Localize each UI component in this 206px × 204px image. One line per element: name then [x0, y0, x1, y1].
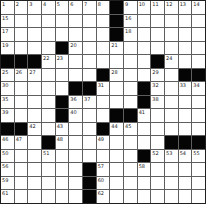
cell-r4c10[interactable]: [124, 42, 137, 55]
cell-r14c9[interactable]: [110, 177, 123, 190]
cell-r6c1[interactable]: 25: [1, 69, 14, 82]
cell-r13c5[interactable]: [56, 163, 69, 176]
cell-r13c2[interactable]: [15, 163, 28, 176]
cell-r7c2[interactable]: [15, 82, 28, 95]
cell-r5c10[interactable]: [124, 55, 137, 68]
cell-r13c1[interactable]: 56: [1, 163, 14, 176]
cell-r10c12[interactable]: [151, 123, 164, 136]
cell-r8c7[interactable]: 37: [83, 96, 96, 109]
cell-r14c4[interactable]: [42, 177, 55, 190]
cell-r10c13[interactable]: [165, 123, 178, 136]
cell-r9c14[interactable]: [179, 109, 192, 122]
cell-r15c6[interactable]: [69, 190, 82, 203]
clue-number: 39: [2, 109, 8, 115]
clue-number: 17: [2, 28, 8, 34]
cell-r4c6[interactable]: 20: [69, 42, 82, 55]
clue-number: 18: [125, 28, 131, 34]
black-cell-r11c14: [179, 136, 192, 149]
clue-number: 51: [43, 150, 49, 156]
cell-r9c12[interactable]: [151, 109, 164, 122]
cell-r4c4[interactable]: [42, 42, 55, 55]
cell-r5c15[interactable]: [192, 55, 205, 68]
clue-number: 22: [43, 55, 49, 61]
cell-r1c5[interactable]: 5: [56, 1, 69, 14]
cell-r6c4[interactable]: [42, 69, 55, 82]
cell-r9c1[interactable]: 39: [1, 109, 14, 122]
clue-number: 8: [98, 1, 101, 7]
clue-number: 27: [29, 69, 35, 75]
cell-r1c13[interactable]: 12: [165, 1, 178, 14]
cell-r12c13[interactable]: 53: [165, 150, 178, 163]
cell-r9c13[interactable]: [165, 109, 178, 122]
cell-r7c12[interactable]: 32: [151, 82, 164, 95]
cell-r14c11[interactable]: [138, 177, 151, 190]
clue-number: 33: [180, 82, 186, 88]
clue-number: 37: [84, 96, 90, 102]
cell-r10c4[interactable]: [42, 123, 55, 136]
cell-r8c15[interactable]: [192, 96, 205, 109]
clue-number: 36: [70, 96, 76, 102]
cell-r3c8[interactable]: [97, 28, 110, 41]
black-cell-r2c9: [110, 15, 123, 28]
cell-r10c6[interactable]: [69, 123, 82, 136]
cell-r14c8[interactable]: 60: [97, 177, 110, 190]
cell-r15c15[interactable]: [192, 190, 205, 203]
cell-r1c15[interactable]: 14: [192, 1, 205, 14]
cell-r13c4[interactable]: [42, 163, 55, 176]
clue-number: 9: [125, 1, 128, 7]
clue-number: 14: [193, 1, 199, 7]
cell-r13c15[interactable]: [192, 163, 205, 176]
black-cell-r5c2: [15, 55, 28, 68]
black-cell-r7c6: [69, 82, 82, 95]
cell-r14c13[interactable]: [165, 177, 178, 190]
cell-r4c12[interactable]: [151, 42, 164, 55]
black-cell-r4c5: [56, 42, 69, 55]
cell-r14c10[interactable]: [124, 177, 137, 190]
cell-r1c6[interactable]: 6: [69, 1, 82, 14]
clue-number: 40: [70, 109, 76, 115]
black-cell-r11c13: [165, 136, 178, 149]
cell-r9c3[interactable]: [28, 109, 41, 122]
cell-r4c7[interactable]: [83, 42, 96, 55]
clue-number: 2: [16, 1, 19, 7]
cell-r9c4[interactable]: [42, 109, 55, 122]
black-cell-r10c2: [15, 123, 28, 136]
black-cell-r11c4: [42, 136, 55, 149]
clue-number: 35: [2, 96, 8, 102]
cell-r11c9[interactable]: [110, 136, 123, 149]
cell-r4c3[interactable]: [28, 42, 41, 55]
cell-r8c6[interactable]: 36: [69, 96, 82, 109]
cell-r9c8[interactable]: [97, 109, 110, 122]
cell-r13c9[interactable]: [110, 163, 123, 176]
cell-r2c8[interactable]: [97, 15, 110, 28]
cell-r2c7[interactable]: [83, 15, 96, 28]
cell-r11c2[interactable]: 47: [15, 136, 28, 149]
clue-number: 44: [111, 123, 117, 129]
cell-r13c11[interactable]: 58: [138, 163, 151, 176]
cell-r10c3[interactable]: 42: [28, 123, 41, 136]
cell-r5c14[interactable]: [179, 55, 192, 68]
cell-r1c3[interactable]: 3: [28, 1, 41, 14]
cell-r14c6[interactable]: [69, 177, 82, 190]
black-cell-r5c1: [1, 55, 14, 68]
cell-r14c1[interactable]: 59: [1, 177, 14, 190]
clue-number: 30: [2, 82, 8, 88]
cell-r11c1[interactable]: 46: [1, 136, 14, 149]
cell-r1c10[interactable]: 9: [124, 1, 137, 14]
clue-number: 6: [70, 1, 73, 7]
cell-r10c10[interactable]: 45: [124, 123, 137, 136]
clue-number: 24: [166, 55, 172, 61]
cell-r6c10[interactable]: [124, 69, 137, 82]
cell-r8c10[interactable]: [124, 96, 137, 109]
clue-number: 58: [139, 163, 145, 169]
cell-r10c5[interactable]: 43: [56, 123, 69, 136]
cell-r12c1[interactable]: 50: [1, 150, 14, 163]
cell-r15c14[interactable]: [179, 190, 192, 203]
black-cell-r5c12: [151, 55, 164, 68]
cell-r3c15[interactable]: [192, 28, 205, 41]
cell-r10c7[interactable]: [83, 123, 96, 136]
cell-r3c3[interactable]: [28, 28, 41, 41]
clue-number: 57: [98, 163, 104, 169]
cell-r14c2[interactable]: [15, 177, 28, 190]
cell-r12c14[interactable]: 54: [179, 150, 192, 163]
cell-r3c5[interactable]: [56, 28, 69, 41]
cell-r7c10[interactable]: [124, 82, 137, 95]
cell-r6c3[interactable]: 27: [28, 69, 41, 82]
cell-r10c9[interactable]: 44: [110, 123, 123, 136]
cell-r5c8[interactable]: [97, 55, 110, 68]
clue-number: 42: [29, 123, 35, 129]
cell-r2c6[interactable]: [69, 15, 82, 28]
cell-r6c13[interactable]: [165, 69, 178, 82]
cell-r12c12[interactable]: 52: [151, 150, 164, 163]
cell-r15c9[interactable]: [110, 190, 123, 203]
cell-r12c10[interactable]: [124, 150, 137, 163]
clue-number: 5: [57, 1, 60, 7]
cell-r10c11[interactable]: [138, 123, 151, 136]
cell-r8c4[interactable]: [42, 96, 55, 109]
clue-number: 7: [84, 1, 87, 7]
cell-r6c5[interactable]: [56, 69, 69, 82]
cell-r2c2[interactable]: [15, 15, 28, 28]
cell-r2c12[interactable]: [151, 15, 164, 28]
cell-r2c13[interactable]: [165, 15, 178, 28]
clue-number: 54: [180, 150, 186, 156]
clue-number: 34: [193, 82, 199, 88]
cell-r2c1[interactable]: 15: [1, 15, 14, 28]
clue-number: 21: [111, 42, 117, 48]
black-cell-r8c5: [56, 96, 69, 109]
cell-r7c4[interactable]: [42, 82, 55, 95]
clue-number: 47: [16, 136, 22, 142]
cell-r13c12[interactable]: [151, 163, 164, 176]
cell-r9c11[interactable]: 41: [138, 109, 151, 122]
cell-r9c2[interactable]: [15, 109, 28, 122]
cell-r8c12[interactable]: 38: [151, 96, 164, 109]
cell-r3c4[interactable]: [42, 28, 55, 41]
cell-r11c8[interactable]: 49: [97, 136, 110, 149]
cell-r5c7[interactable]: [83, 55, 96, 68]
black-cell-r13c7: [83, 163, 96, 176]
clue-number: 48: [57, 136, 63, 142]
cell-r15c13[interactable]: [165, 190, 178, 203]
cell-r15c12[interactable]: [151, 190, 164, 203]
cell-r8c2[interactable]: [15, 96, 28, 109]
cell-r7c5[interactable]: [56, 82, 69, 95]
cell-r6c7[interactable]: [83, 69, 96, 82]
clue-number: 26: [16, 69, 22, 75]
cell-r12c5[interactable]: [56, 150, 69, 163]
cell-r3c14[interactable]: [179, 28, 192, 41]
cell-r12c2[interactable]: [15, 150, 28, 163]
black-cell-r11c15: [192, 136, 205, 149]
cell-r1c14[interactable]: 13: [179, 1, 192, 14]
cell-r8c8[interactable]: [97, 96, 110, 109]
cell-r13c6[interactable]: [69, 163, 82, 176]
clue-number: 16: [125, 15, 131, 21]
clue-number: 13: [180, 1, 186, 7]
black-cell-r6c8: [97, 69, 110, 82]
cell-r12c3[interactable]: [28, 150, 41, 163]
black-cell-r6c14: [179, 69, 192, 82]
black-cell-r10c1: [1, 123, 14, 136]
clue-number: 43: [57, 123, 63, 129]
cell-r6c2[interactable]: 26: [15, 69, 28, 82]
cell-r2c5[interactable]: [56, 15, 69, 28]
clue-number: 56: [2, 163, 8, 169]
black-cell-r3c9: [110, 28, 123, 41]
cell-r8c3[interactable]: [28, 96, 41, 109]
clue-number: 32: [152, 82, 158, 88]
cell-r7c1[interactable]: 30: [1, 82, 14, 95]
cell-r1c2[interactable]: 2: [15, 1, 28, 14]
cell-r9c7[interactable]: [83, 109, 96, 122]
cell-r8c9[interactable]: [110, 96, 123, 109]
cell-r14c14[interactable]: [179, 177, 192, 190]
cell-r4c14[interactable]: [179, 42, 192, 55]
clue-number: 23: [57, 55, 63, 61]
cell-r14c12[interactable]: [151, 177, 164, 190]
clue-number: 45: [125, 123, 131, 129]
black-cell-r8c11: [138, 96, 151, 109]
cell-r3c11[interactable]: [138, 28, 151, 41]
black-cell-r9c10: [124, 109, 137, 122]
cell-r12c9[interactable]: [110, 150, 123, 163]
cell-r3c13[interactable]: [165, 28, 178, 41]
cell-r14c3[interactable]: [28, 177, 41, 190]
cell-r12c6[interactable]: [69, 150, 82, 163]
cell-r7c8[interactable]: 31: [97, 82, 110, 95]
black-cell-r12c11: [138, 150, 151, 163]
cell-r14c5[interactable]: [56, 177, 69, 190]
cell-r12c8[interactable]: [97, 150, 110, 163]
cell-r15c10[interactable]: [124, 190, 137, 203]
black-cell-r15c7: [83, 190, 96, 203]
black-cell-r7c11: [138, 82, 151, 95]
cell-r1c12[interactable]: 11: [151, 1, 164, 14]
black-cell-r1c9: [110, 1, 123, 14]
clue-number: 38: [152, 96, 158, 102]
cell-r15c5[interactable]: [56, 190, 69, 203]
cell-r2c14[interactable]: [179, 15, 192, 28]
clue-number: 49: [98, 136, 104, 142]
black-cell-r9c5: [56, 109, 69, 122]
black-cell-r9c9: [110, 109, 123, 122]
cell-r2c11[interactable]: [138, 15, 151, 28]
cell-r9c6[interactable]: 40: [69, 109, 82, 122]
cell-r4c2[interactable]: [15, 42, 28, 55]
crossword-grid: 1234567891011121314151617181920212223242…: [0, 0, 206, 204]
clue-number: 59: [2, 177, 8, 183]
cell-r4c8[interactable]: [97, 42, 110, 55]
clue-number: 1: [2, 1, 5, 7]
cell-r4c1[interactable]: 19: [1, 42, 14, 55]
clue-number: 10: [139, 1, 145, 7]
cell-r9c15[interactable]: [192, 109, 205, 122]
cell-r5c11[interactable]: [138, 55, 151, 68]
cell-r7c15[interactable]: 34: [192, 82, 205, 95]
clue-number: 12: [166, 1, 172, 7]
cell-r11c5[interactable]: 48: [56, 136, 69, 149]
cell-r6c11[interactable]: [138, 69, 151, 82]
cell-r11c6[interactable]: [69, 136, 82, 149]
clue-number: 41: [139, 109, 145, 115]
cell-r2c15[interactable]: [192, 15, 205, 28]
clue-number: 25: [2, 69, 8, 75]
cell-r7c14[interactable]: 33: [179, 82, 192, 95]
cell-r7c13[interactable]: [165, 82, 178, 95]
cell-r4c11[interactable]: [138, 42, 151, 55]
cell-r3c7[interactable]: [83, 28, 96, 41]
clue-number: 19: [2, 42, 8, 48]
cell-r10c15[interactable]: [192, 123, 205, 136]
cell-r2c3[interactable]: [28, 15, 41, 28]
clue-number: 60: [98, 177, 104, 183]
clue-number: 62: [98, 190, 104, 196]
cell-r3c6[interactable]: [69, 28, 82, 41]
black-cell-r14c7: [83, 177, 96, 190]
cell-r3c12[interactable]: [151, 28, 164, 41]
cell-r7c3[interactable]: [28, 82, 41, 95]
clue-number: 20: [70, 42, 76, 48]
cell-r1c7[interactable]: 7: [83, 1, 96, 14]
cell-r8c13[interactable]: [165, 96, 178, 109]
cell-r6c12[interactable]: 29: [151, 69, 164, 82]
clue-number: 28: [111, 69, 117, 75]
cell-r15c8[interactable]: 62: [97, 190, 110, 203]
cell-r1c4[interactable]: 4: [42, 1, 55, 14]
cell-r1c1[interactable]: 1: [1, 1, 14, 14]
clue-number: 3: [29, 1, 32, 7]
cell-r4c9[interactable]: 21: [110, 42, 123, 55]
cell-r15c11[interactable]: [138, 190, 151, 203]
cell-r1c11[interactable]: 10: [138, 1, 151, 14]
cell-r6c6[interactable]: [69, 69, 82, 82]
cell-r15c1[interactable]: 61: [1, 190, 14, 203]
cell-r13c3[interactable]: [28, 163, 41, 176]
clue-number: 29: [152, 69, 158, 75]
cell-r5c4[interactable]: 22: [42, 55, 55, 68]
black-cell-r7c7: [83, 82, 96, 95]
cell-r1c8[interactable]: 8: [97, 1, 110, 14]
black-cell-r6c15: [192, 69, 205, 82]
cell-r5c6[interactable]: [69, 55, 82, 68]
clue-number: 53: [166, 150, 172, 156]
clue-number: 50: [2, 150, 8, 156]
cell-r10c14[interactable]: [179, 123, 192, 136]
cell-r11c12[interactable]: [151, 136, 164, 149]
cell-r3c1[interactable]: 17: [1, 28, 14, 41]
cell-r2c10[interactable]: 16: [124, 15, 137, 28]
cell-r13c8[interactable]: 57: [97, 163, 110, 176]
clue-number: 52: [152, 150, 158, 156]
clue-number: 15: [2, 15, 8, 21]
cell-r11c11[interactable]: [138, 136, 151, 149]
cell-r2c4[interactable]: [42, 15, 55, 28]
cell-r5c9[interactable]: [110, 55, 123, 68]
clue-number: 11: [152, 1, 158, 7]
cell-r13c10[interactable]: [124, 163, 137, 176]
cell-r12c15[interactable]: 55: [192, 150, 205, 163]
cell-r3c2[interactable]: [15, 28, 28, 41]
black-cell-r5c3: [28, 55, 41, 68]
cell-r5c13[interactable]: 24: [165, 55, 178, 68]
cell-r15c4[interactable]: [42, 190, 55, 203]
clue-number: 55: [193, 150, 199, 156]
cell-r11c3[interactable]: [28, 136, 41, 149]
clue-number: 4: [43, 1, 46, 7]
cell-r12c7[interactable]: [83, 150, 96, 163]
cell-r7c9[interactable]: [110, 82, 123, 95]
cell-r11c7[interactable]: [83, 136, 96, 149]
cell-r14c15[interactable]: [192, 177, 205, 190]
cell-r5c5[interactable]: 23: [56, 55, 69, 68]
clue-number: 46: [2, 136, 8, 142]
page: 1234567891011121314151617181920212223242…: [0, 0, 206, 204]
clue-number: 31: [98, 82, 104, 88]
cell-r6c9[interactable]: 28: [110, 69, 123, 82]
clue-number: 61: [2, 190, 8, 196]
cell-r13c14[interactable]: [179, 163, 192, 176]
cell-r12c4[interactable]: 51: [42, 150, 55, 163]
cell-r15c3[interactable]: [28, 190, 41, 203]
cell-r8c1[interactable]: 35: [1, 96, 14, 109]
cell-r4c13[interactable]: [165, 42, 178, 55]
cell-r11c10[interactable]: [124, 136, 137, 149]
cell-r4c15[interactable]: [192, 42, 205, 55]
cell-r3c10[interactable]: 18: [124, 28, 137, 41]
cell-r13c13[interactable]: [165, 163, 178, 176]
cell-r15c2[interactable]: [15, 190, 28, 203]
cell-r8c14[interactable]: [179, 96, 192, 109]
black-cell-r10c8: [97, 123, 110, 136]
